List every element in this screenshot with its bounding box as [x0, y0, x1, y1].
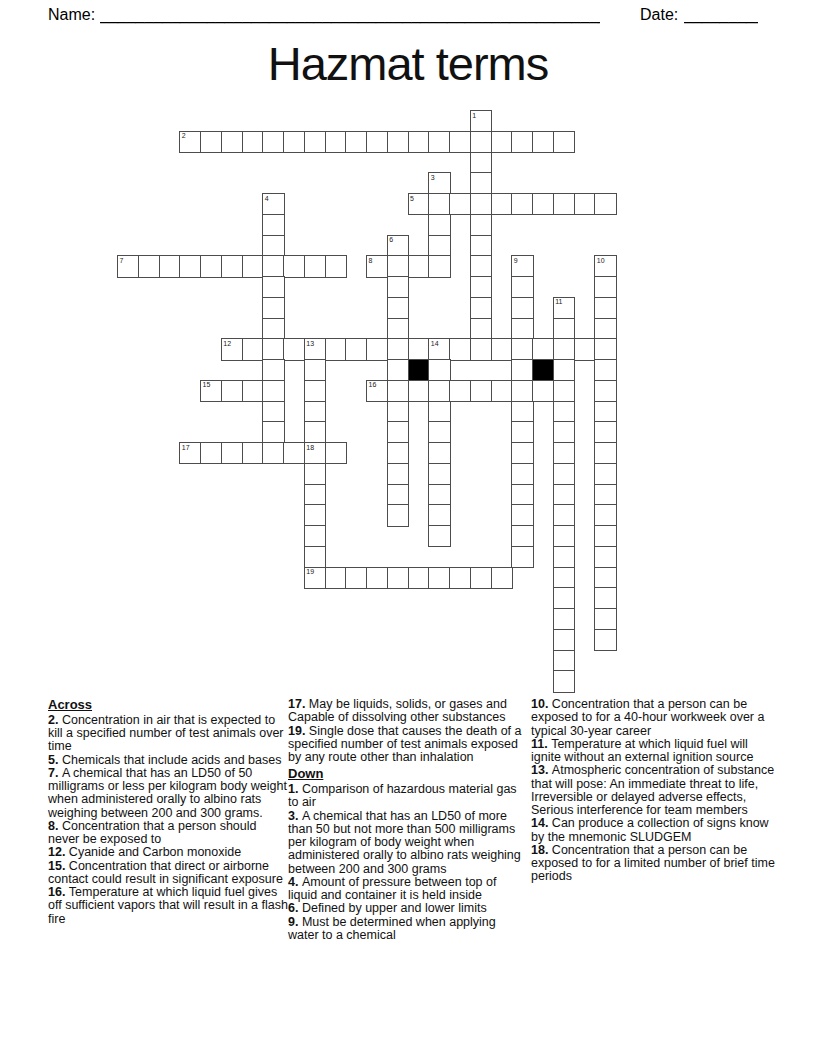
grid-cell[interactable] — [242, 380, 264, 402]
grid-cell[interactable] — [179, 255, 201, 277]
clue-number: 8 — [369, 257, 373, 264]
grid-cell[interactable] — [408, 567, 430, 589]
grid-cell[interactable] — [449, 380, 471, 402]
grid-cell[interactable] — [511, 525, 533, 547]
grid-cell[interactable] — [428, 214, 450, 236]
grid-cell[interactable] — [449, 338, 471, 360]
grid-cell[interactable] — [387, 401, 409, 423]
down-header: Down — [288, 767, 528, 781]
clue-text: Defined by upper and lower limits — [302, 901, 487, 915]
clue-text: Amount of pressure between top of liquid… — [288, 875, 496, 902]
grid-cell[interactable] — [304, 463, 326, 485]
clue-number-label: 2. — [48, 713, 62, 727]
clue-number-label: 16. — [48, 885, 69, 899]
black-cell — [408, 359, 430, 381]
grid-cell[interactable] — [449, 131, 471, 153]
grid-cell[interactable] — [574, 338, 596, 360]
clue-text: A chemical that has an LD50 of 50 millig… — [48, 766, 287, 820]
grid-cell[interactable]: 13 — [304, 338, 326, 360]
grid-cell[interactable] — [553, 484, 575, 506]
grid-cell[interactable] — [262, 401, 284, 423]
across-clue-19: 19. Single dose that causes the death of… — [288, 725, 528, 765]
date-blank-line[interactable]: ____________ — [684, 6, 758, 24]
grid-cell[interactable] — [532, 131, 554, 153]
grid-cell[interactable]: 14 — [428, 338, 450, 360]
grid-cell[interactable] — [553, 525, 575, 547]
grid-cell[interactable] — [304, 380, 326, 402]
grid-cell[interactable] — [262, 235, 284, 257]
grid-cell[interactable] — [387, 297, 409, 319]
grid-cell[interactable] — [594, 608, 616, 630]
grid-cell[interactable] — [594, 442, 616, 464]
grid-cell[interactable] — [283, 255, 305, 277]
grid-cell[interactable] — [594, 401, 616, 423]
grid-cell[interactable] — [594, 359, 616, 381]
grid-cell[interactable] — [345, 131, 367, 153]
grid-cell[interactable] — [262, 318, 284, 340]
grid-cell[interactable] — [325, 442, 347, 464]
clue-text: Atmospheric concentration of substance t… — [531, 763, 774, 817]
grid-cell[interactable] — [491, 338, 513, 360]
grid-cell[interactable] — [200, 442, 222, 464]
grid-cell[interactable] — [574, 193, 596, 215]
grid-cell[interactable] — [553, 504, 575, 526]
grid-cell[interactable] — [470, 131, 492, 153]
grid-cell[interactable] — [325, 131, 347, 153]
clue-number-label: 9. — [288, 915, 302, 929]
grid-cell[interactable] — [553, 670, 575, 692]
grid-cell[interactable] — [511, 442, 533, 464]
clue-number-label: 19. — [288, 724, 309, 738]
grid-cell[interactable] — [511, 401, 533, 423]
across-clue-15: 15. Concentration that direct or airborn… — [48, 860, 291, 887]
down-clue-3: 3. A chemical that has an LD50 of more t… — [288, 810, 528, 876]
grid-cell[interactable] — [553, 463, 575, 485]
grid-cell[interactable] — [511, 463, 533, 485]
clue-number-label: 3. — [288, 809, 302, 823]
grid-cell[interactable] — [221, 380, 243, 402]
grid-cell[interactable] — [470, 255, 492, 277]
clue-number: 9 — [514, 257, 518, 264]
grid-cell[interactable] — [594, 546, 616, 568]
grid-cell[interactable] — [553, 401, 575, 423]
clue-text: May be liquids, solids, or gases and Cap… — [288, 697, 507, 724]
clue-column-middle: 17. May be liquids, solids, or gases and… — [288, 698, 528, 942]
grid-cell[interactable] — [387, 276, 409, 298]
grid-cell[interactable] — [138, 255, 160, 277]
grid-cell[interactable] — [428, 525, 450, 547]
grid-cell[interactable] — [532, 380, 554, 402]
grid-cell[interactable] — [511, 297, 533, 319]
grid-cell[interactable] — [470, 235, 492, 257]
grid-cell[interactable] — [511, 338, 533, 360]
grid-cell[interactable] — [553, 318, 575, 340]
grid-cell[interactable] — [428, 255, 450, 277]
grid-cell[interactable] — [594, 504, 616, 526]
grid-cell[interactable] — [532, 338, 554, 360]
grid-cell[interactable] — [553, 421, 575, 443]
grid-cell[interactable] — [428, 567, 450, 589]
grid-cell[interactable] — [594, 484, 616, 506]
clue-number: 5 — [410, 195, 414, 202]
across-clue-17: 17. May be liquids, solids, or gases and… — [288, 698, 528, 725]
clue-text: Concentration that a person should never… — [48, 819, 256, 846]
grid-cell[interactable] — [470, 318, 492, 340]
grid-cell[interactable] — [387, 131, 409, 153]
clue-text: Concentration in air that is expected to… — [48, 713, 284, 754]
grid-cell[interactable] — [553, 193, 575, 215]
grid-cell[interactable] — [242, 131, 264, 153]
grid-cell[interactable] — [387, 567, 409, 589]
across-clue-5: 5. Chemicals that include acids and base… — [48, 754, 291, 767]
black-cell — [532, 359, 554, 381]
clue-number: 10 — [597, 257, 605, 264]
grid-cell[interactable] — [428, 359, 450, 381]
name-label: Name: — [48, 6, 95, 24]
grid-cell[interactable]: 12 — [221, 338, 243, 360]
grid-cell[interactable] — [491, 131, 513, 153]
grid-cell[interactable] — [553, 442, 575, 464]
clue-number-label: 5. — [48, 753, 62, 767]
down-clue-14: 14. Can produce a collection of signs kn… — [531, 817, 776, 844]
down-clue-4: 4. Amount of pressure between top of liq… — [288, 876, 528, 903]
grid-cell[interactable] — [511, 421, 533, 443]
clue-number-label: 18. — [531, 843, 552, 857]
grid-cell[interactable] — [408, 131, 430, 153]
clue-number: 6 — [389, 236, 393, 243]
down-clue-11: 11. Temperature at which liquid fuel wil… — [531, 738, 776, 765]
grid-cell[interactable] — [304, 401, 326, 423]
grid-cell[interactable] — [304, 255, 326, 277]
grid-cell[interactable] — [345, 567, 367, 589]
grid-cell[interactable] — [200, 255, 222, 277]
clue-text: Temperature at which liquid fuel gives o… — [48, 885, 288, 926]
grid-cell[interactable] — [511, 504, 533, 526]
grid-cell[interactable] — [325, 567, 347, 589]
clue-text: Concentration that a person can be expos… — [531, 843, 775, 884]
down-clue-1: 1. Comparison of hazardous material gas … — [288, 783, 528, 810]
grid-cell[interactable]: 5 — [408, 193, 430, 215]
grid-cell[interactable] — [159, 255, 181, 277]
grid-cell[interactable]: 3 — [428, 172, 450, 194]
grid-cell[interactable] — [200, 131, 222, 153]
grid-cell[interactable]: 17 — [179, 442, 201, 464]
grid-cell[interactable] — [366, 338, 388, 360]
grid-cell[interactable]: 6 — [387, 235, 409, 257]
grid-cell[interactable] — [304, 504, 326, 526]
clue-number-label: 10. — [531, 697, 552, 711]
clue-number-label: 6. — [288, 901, 302, 915]
grid-cell[interactable] — [470, 214, 492, 236]
grid-cell[interactable] — [408, 338, 430, 360]
clue-text: A chemical that has an LD50 of more than… — [288, 809, 521, 876]
grid-cell[interactable] — [511, 546, 533, 568]
grid-cell[interactable] — [428, 131, 450, 153]
grid-cell[interactable] — [283, 131, 305, 153]
clue-number-label: 14. — [531, 816, 552, 830]
grid-cell[interactable] — [532, 193, 554, 215]
across-clue-12: 12. Cyanide and Carbon monoxide — [48, 846, 291, 859]
grid-cell[interactable] — [594, 338, 616, 360]
grid-cell[interactable] — [242, 338, 264, 360]
clue-text: Cyanide and Carbon monoxide — [69, 845, 241, 859]
grid-cell[interactable] — [511, 359, 533, 381]
across-header: Across — [48, 698, 291, 712]
clue-number: 18 — [306, 444, 314, 451]
grid-cell[interactable] — [242, 255, 264, 277]
grid-cell[interactable] — [325, 338, 347, 360]
grid-cell[interactable] — [553, 587, 575, 609]
clue-number-label: 8. — [48, 819, 62, 833]
grid-cell[interactable] — [262, 276, 284, 298]
grid-cell[interactable] — [511, 276, 533, 298]
grid-cell[interactable] — [553, 650, 575, 672]
clue-number-label: 4. — [288, 875, 302, 889]
grid-cell[interactable] — [345, 338, 367, 360]
grid-cell[interactable] — [594, 318, 616, 340]
grid-cell[interactable] — [511, 380, 533, 402]
grid-cell[interactable] — [387, 442, 409, 464]
grid-cell[interactable] — [283, 338, 305, 360]
grid-cell[interactable] — [304, 131, 326, 153]
clue-number: 2 — [182, 132, 186, 139]
grid-cell[interactable] — [553, 359, 575, 381]
grid-cell[interactable] — [449, 567, 471, 589]
clue-text: Concentration that direct or airborne co… — [48, 859, 283, 886]
grid-cell[interactable] — [262, 380, 284, 402]
grid-cell[interactable] — [304, 525, 326, 547]
clue-number: 15 — [203, 381, 211, 388]
grid-cell[interactable]: 18 — [304, 442, 326, 464]
grid-cell[interactable] — [428, 504, 450, 526]
grid-cell[interactable] — [325, 255, 347, 277]
grid-cell[interactable] — [262, 214, 284, 236]
across-clue-16: 16. Temperature at which liquid fuel giv… — [48, 886, 291, 926]
grid-cell[interactable] — [262, 338, 284, 360]
clue-text: Single dose that causes the death of a s… — [288, 724, 522, 765]
grid-cell[interactable] — [470, 193, 492, 215]
grid-cell[interactable] — [221, 442, 243, 464]
grid-cell[interactable] — [428, 484, 450, 506]
clue-number: 16 — [369, 381, 377, 388]
grid-cell[interactable]: 2 — [179, 131, 201, 153]
grid-cell[interactable] — [470, 276, 492, 298]
grid-cell[interactable] — [304, 359, 326, 381]
clue-column-right: 10. Concentration that a person can be e… — [531, 698, 776, 884]
grid-cell[interactable] — [553, 338, 575, 360]
clue-number-label: 13. — [531, 763, 552, 777]
crossword-grid: 12345678910111213141516171819 — [117, 110, 617, 693]
grid-cell[interactable] — [408, 380, 430, 402]
grid-cell[interactable] — [594, 193, 616, 215]
clue-number-label: 7. — [48, 766, 62, 780]
grid-cell[interactable]: 7 — [117, 255, 139, 277]
grid-cell[interactable]: 9 — [511, 255, 533, 277]
grid-cell[interactable] — [594, 421, 616, 443]
grid-cell[interactable] — [262, 255, 284, 277]
grid-cell[interactable] — [470, 152, 492, 174]
grid-cell[interactable] — [449, 193, 471, 215]
down-clue-6: 6. Defined by upper and lower limits — [288, 902, 528, 915]
clue-number: 13 — [306, 340, 314, 347]
grid-cell[interactable] — [428, 380, 450, 402]
grid-cell[interactable] — [304, 484, 326, 506]
clue-column-across: Across2. Concentration in air that is ex… — [48, 698, 291, 926]
grid-cell[interactable] — [470, 172, 492, 194]
clue-number: 11 — [555, 298, 562, 305]
grid-cell[interactable] — [511, 484, 533, 506]
clue-text: Comparison of hazardous material gas to … — [288, 782, 517, 809]
clue-number-label: 11. — [531, 737, 551, 751]
grid-cell[interactable] — [366, 131, 388, 153]
grid-cell[interactable] — [511, 131, 533, 153]
name-blank-line[interactable]: ________________________________________… — [100, 6, 600, 24]
grid-cell[interactable] — [428, 235, 450, 257]
across-clue-2: 2. Concentration in air that is expected… — [48, 714, 291, 754]
clue-number: 14 — [431, 340, 439, 347]
grid-cell[interactable] — [408, 255, 430, 277]
grid-cell[interactable] — [553, 629, 575, 651]
grid-cell[interactable] — [594, 587, 616, 609]
grid-cell[interactable] — [594, 380, 616, 402]
grid-cell[interactable] — [594, 297, 616, 319]
grid-cell[interactable] — [491, 380, 513, 402]
grid-cell[interactable] — [262, 442, 284, 464]
grid-cell[interactable] — [511, 193, 533, 215]
clue-number: 4 — [265, 195, 269, 202]
clue-number-label: 12. — [48, 845, 69, 859]
down-clue-9: 9. Must be determined when applying wate… — [288, 916, 528, 943]
grid-cell[interactable] — [470, 567, 492, 589]
grid-cell[interactable]: 1 — [470, 110, 492, 132]
grid-cell[interactable] — [428, 442, 450, 464]
across-clue-8: 8. Concentration that a person should ne… — [48, 820, 291, 847]
clue-text: Can produce a collection of signs know b… — [531, 816, 769, 843]
grid-cell[interactable] — [304, 546, 326, 568]
grid-cell[interactable] — [553, 546, 575, 568]
grid-cell[interactable] — [387, 421, 409, 443]
grid-cell[interactable] — [470, 380, 492, 402]
down-clue-13: 13. Atmospheric concentration of substan… — [531, 764, 776, 817]
grid-cell[interactable] — [366, 567, 388, 589]
grid-cell[interactable] — [553, 380, 575, 402]
grid-cell[interactable] — [491, 193, 513, 215]
grid-cell[interactable] — [242, 442, 264, 464]
clue-number-label: 17. — [288, 697, 309, 711]
clue-number: 19 — [306, 568, 314, 575]
grid-cell[interactable]: 10 — [594, 255, 616, 277]
grid-cell[interactable] — [594, 567, 616, 589]
grid-cell[interactable]: 19 — [304, 567, 326, 589]
grid-cell[interactable] — [221, 255, 243, 277]
grid-cell[interactable] — [428, 193, 450, 215]
grid-cell[interactable] — [304, 421, 326, 443]
grid-cell[interactable] — [262, 421, 284, 443]
grid-cell[interactable] — [387, 318, 409, 340]
grid-cell[interactable] — [594, 525, 616, 547]
grid-cell[interactable] — [594, 463, 616, 485]
grid-cell[interactable] — [262, 359, 284, 381]
clue-text: Chemicals that include acids and bases — [62, 753, 282, 767]
grid-cell[interactable] — [387, 338, 409, 360]
grid-cell[interactable] — [387, 463, 409, 485]
clue-number: 12 — [223, 340, 231, 347]
grid-cell[interactable] — [283, 442, 305, 464]
clue-number-label: 15. — [48, 859, 69, 873]
clue-text: Must be determined when applying water t… — [288, 915, 496, 942]
grid-cell[interactable] — [553, 608, 575, 630]
grid-cell[interactable]: 4 — [262, 193, 284, 215]
down-clue-10: 10. Concentration that a person can be e… — [531, 698, 776, 738]
grid-cell[interactable] — [470, 297, 492, 319]
grid-cell[interactable]: 16 — [366, 380, 388, 402]
grid-cell[interactable] — [491, 567, 513, 589]
grid-cell[interactable]: 15 — [200, 380, 222, 402]
clue-text: Temperature at which liquid fuel will ig… — [531, 737, 753, 764]
grid-cell[interactable] — [553, 567, 575, 589]
grid-cell[interactable]: 8 — [366, 255, 388, 277]
grid-cell[interactable] — [470, 338, 492, 360]
grid-cell[interactable] — [387, 255, 409, 277]
grid-cell[interactable] — [428, 463, 450, 485]
grid-cell[interactable] — [387, 484, 409, 506]
grid-cell[interactable] — [387, 504, 409, 526]
grid-cell[interactable] — [387, 380, 409, 402]
clue-number-label: 1. — [288, 782, 302, 796]
clue-number: 1 — [472, 112, 476, 119]
clue-text: Concentration that a person can be expos… — [531, 697, 764, 738]
clue-number: 17 — [182, 444, 190, 451]
puzzle-title: Hazmat terms — [0, 36, 816, 91]
grid-cell[interactable] — [511, 318, 533, 340]
grid-cell[interactable] — [428, 421, 450, 443]
clue-number: 3 — [431, 174, 435, 181]
grid-cell[interactable] — [428, 401, 450, 423]
grid-cell[interactable] — [221, 131, 243, 153]
grid-cell[interactable] — [262, 297, 284, 319]
grid-cell[interactable] — [594, 276, 616, 298]
clue-number: 7 — [120, 257, 124, 264]
across-clue-7: 7. A chemical that has an LD50 of 50 mil… — [48, 767, 291, 820]
grid-cell[interactable] — [553, 131, 575, 153]
down-clue-18: 18. Concentration that a person can be e… — [531, 844, 776, 884]
grid-cell[interactable]: 11 — [553, 297, 575, 319]
grid-cell[interactable] — [387, 359, 409, 381]
date-label: Date: — [640, 6, 678, 24]
grid-cell[interactable] — [594, 629, 616, 651]
grid-cell[interactable] — [262, 131, 284, 153]
